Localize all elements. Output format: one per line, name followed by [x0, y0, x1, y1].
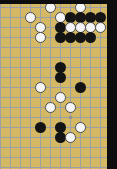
- intersection[interactable]: [45, 122, 55, 132]
- intersection[interactable]: [35, 102, 45, 112]
- intersection[interactable]: [45, 102, 55, 112]
- intersection[interactable]: [25, 122, 35, 132]
- intersection[interactable]: [65, 102, 75, 112]
- intersection[interactable]: [65, 72, 75, 82]
- intersection[interactable]: [5, 62, 15, 72]
- intersection[interactable]: [35, 42, 45, 52]
- intersection[interactable]: [55, 52, 65, 62]
- intersection[interactable]: [65, 92, 75, 102]
- intersection[interactable]: [35, 62, 45, 72]
- intersection[interactable]: [5, 42, 15, 52]
- intersection[interactable]: [15, 92, 25, 102]
- black-stone: [85, 32, 96, 43]
- intersection[interactable]: [95, 22, 105, 32]
- intersection[interactable]: [95, 52, 105, 62]
- intersection[interactable]: [95, 122, 105, 132]
- intersection[interactable]: [85, 112, 95, 122]
- white-stone: [35, 82, 46, 93]
- intersection[interactable]: [5, 22, 15, 32]
- go-board: [0, 4, 107, 169]
- intersection[interactable]: [25, 52, 35, 62]
- white-stone: [55, 92, 66, 103]
- intersection[interactable]: [35, 32, 45, 42]
- white-stone: [25, 12, 36, 23]
- black-stone: [75, 32, 86, 43]
- intersection[interactable]: [85, 52, 95, 62]
- black-stone: [55, 132, 66, 143]
- intersection[interactable]: [15, 102, 25, 112]
- intersection[interactable]: [25, 12, 35, 22]
- intersection[interactable]: [35, 142, 45, 152]
- intersection[interactable]: [15, 12, 25, 22]
- star-point: [69, 116, 72, 119]
- black-stone: [85, 12, 96, 23]
- intersection[interactable]: [25, 62, 35, 72]
- intersection[interactable]: [85, 32, 95, 42]
- black-stone: [55, 72, 66, 83]
- intersection[interactable]: [75, 102, 85, 112]
- intersection[interactable]: [5, 72, 15, 82]
- intersection[interactable]: [5, 122, 15, 132]
- intersection[interactable]: [95, 92, 105, 102]
- intersection[interactable]: [85, 72, 95, 82]
- intersection[interactable]: [55, 32, 65, 42]
- intersection[interactable]: [45, 12, 55, 22]
- intersection[interactable]: [65, 12, 75, 22]
- white-stone: [55, 12, 66, 23]
- intersection[interactable]: [85, 152, 95, 162]
- black-stone: [65, 12, 76, 23]
- intersection[interactable]: [15, 52, 25, 62]
- black-stone: [55, 22, 66, 33]
- go-board-screenshot: [0, 0, 117, 169]
- intersection[interactable]: [95, 72, 105, 82]
- white-stone: [65, 102, 76, 113]
- intersection[interactable]: [5, 92, 15, 102]
- intersection[interactable]: [45, 52, 55, 62]
- intersection[interactable]: [65, 122, 75, 132]
- intersection[interactable]: [75, 82, 85, 92]
- intersection[interactable]: [65, 132, 75, 142]
- black-stone: [55, 32, 66, 43]
- intersection[interactable]: [35, 92, 45, 102]
- white-stone: [45, 102, 56, 113]
- intersection[interactable]: [25, 162, 35, 169]
- intersection[interactable]: [65, 152, 75, 162]
- intersection[interactable]: [45, 32, 55, 42]
- intersection[interactable]: [45, 72, 55, 82]
- intersection[interactable]: [65, 32, 75, 42]
- white-stone: [65, 132, 76, 143]
- intersection[interactable]: [15, 142, 25, 152]
- intersection[interactable]: [55, 142, 65, 152]
- intersection[interactable]: [95, 142, 105, 152]
- intersection[interactable]: [45, 152, 55, 162]
- intersection[interactable]: [55, 152, 65, 162]
- intersection[interactable]: [15, 32, 25, 42]
- intersection[interactable]: [45, 112, 55, 122]
- intersection[interactable]: [45, 82, 55, 92]
- intersection[interactable]: [45, 42, 55, 52]
- intersection[interactable]: [15, 72, 25, 82]
- intersection[interactable]: [55, 12, 65, 22]
- black-stone: [55, 62, 66, 73]
- intersection[interactable]: [15, 122, 25, 132]
- intersection[interactable]: [35, 72, 45, 82]
- intersection[interactable]: [85, 12, 95, 22]
- intersection[interactable]: [75, 72, 85, 82]
- intersection[interactable]: [65, 112, 75, 122]
- intersection[interactable]: [55, 102, 65, 112]
- intersection[interactable]: [65, 162, 75, 169]
- intersection[interactable]: [5, 162, 15, 169]
- white-stone: [75, 122, 86, 133]
- intersection[interactable]: [25, 102, 35, 112]
- intersection[interactable]: [85, 62, 95, 72]
- intersection[interactable]: [55, 132, 65, 142]
- white-stone: [35, 32, 46, 43]
- intersection[interactable]: [15, 42, 25, 52]
- intersection[interactable]: [55, 62, 65, 72]
- intersection[interactable]: [5, 52, 15, 62]
- white-stone: [85, 22, 96, 33]
- intersection[interactable]: [5, 102, 15, 112]
- black-stone: [75, 12, 86, 23]
- intersection[interactable]: [75, 12, 85, 22]
- intersection[interactable]: [55, 162, 65, 169]
- intersection[interactable]: [15, 152, 25, 162]
- intersection[interactable]: [75, 152, 85, 162]
- intersection[interactable]: [75, 142, 85, 152]
- intersection[interactable]: [35, 22, 45, 32]
- intersection[interactable]: [35, 122, 45, 132]
- intersection[interactable]: [35, 82, 45, 92]
- intersection[interactable]: [55, 122, 65, 132]
- intersection[interactable]: [75, 132, 85, 142]
- intersection[interactable]: [55, 42, 65, 52]
- intersection[interactable]: [35, 112, 45, 122]
- right-background-bar: [107, 0, 117, 169]
- intersection[interactable]: [15, 22, 25, 32]
- intersection[interactable]: [65, 42, 75, 52]
- intersection[interactable]: [5, 12, 15, 22]
- intersection[interactable]: [75, 92, 85, 102]
- intersection[interactable]: [55, 92, 65, 102]
- intersection[interactable]: [65, 142, 75, 152]
- intersection[interactable]: [25, 82, 35, 92]
- intersection[interactable]: [55, 112, 65, 122]
- intersection[interactable]: [65, 82, 75, 92]
- intersection[interactable]: [75, 52, 85, 62]
- intersection[interactable]: [25, 92, 35, 102]
- intersection[interactable]: [75, 62, 85, 72]
- intersection[interactable]: [35, 152, 45, 162]
- intersection[interactable]: [15, 132, 25, 142]
- intersection[interactable]: [75, 162, 85, 169]
- black-stone: [95, 12, 106, 23]
- intersection[interactable]: [95, 62, 105, 72]
- intersection[interactable]: [5, 32, 15, 42]
- intersection[interactable]: [85, 22, 95, 32]
- black-stone: [55, 122, 66, 133]
- intersection[interactable]: [95, 162, 105, 169]
- intersection[interactable]: [5, 152, 15, 162]
- intersection[interactable]: [5, 112, 15, 122]
- intersection[interactable]: [75, 112, 85, 122]
- intersection[interactable]: [25, 112, 35, 122]
- intersection[interactable]: [95, 12, 105, 22]
- intersection[interactable]: [75, 122, 85, 132]
- intersection[interactable]: [95, 152, 105, 162]
- intersection[interactable]: [25, 32, 35, 42]
- intersection[interactable]: [65, 22, 75, 32]
- intersection[interactable]: [25, 22, 35, 32]
- intersection[interactable]: [85, 122, 95, 132]
- intersection[interactable]: [85, 132, 95, 142]
- white-stone: [75, 22, 86, 33]
- intersection[interactable]: [55, 82, 65, 92]
- intersection[interactable]: [35, 52, 45, 62]
- top-background-bar: [0, 0, 117, 4]
- intersection[interactable]: [95, 82, 105, 92]
- black-stone: [65, 32, 76, 43]
- intersection[interactable]: [75, 42, 85, 52]
- intersection[interactable]: [25, 42, 35, 52]
- intersection[interactable]: [85, 92, 95, 102]
- intersection[interactable]: [85, 162, 95, 169]
- intersection[interactable]: [85, 142, 95, 152]
- intersection[interactable]: [5, 82, 15, 92]
- white-stone: [35, 22, 46, 33]
- intersection[interactable]: [25, 72, 35, 82]
- intersection[interactable]: [95, 132, 105, 142]
- intersection[interactable]: [75, 22, 85, 32]
- board-grid: [0, 2, 105, 169]
- intersection[interactable]: [5, 132, 15, 142]
- intersection[interactable]: [95, 42, 105, 52]
- intersection[interactable]: [95, 112, 105, 122]
- intersection[interactable]: [45, 22, 55, 32]
- intersection[interactable]: [25, 152, 35, 162]
- intersection[interactable]: [55, 22, 65, 32]
- intersection[interactable]: [45, 162, 55, 169]
- intersection[interactable]: [15, 82, 25, 92]
- intersection[interactable]: [15, 112, 25, 122]
- intersection[interactable]: [15, 62, 25, 72]
- intersection[interactable]: [35, 162, 45, 169]
- black-stone: [75, 82, 86, 93]
- intersection[interactable]: [25, 132, 35, 142]
- intersection[interactable]: [15, 162, 25, 169]
- intersection[interactable]: [65, 62, 75, 72]
- white-stone: [95, 22, 106, 33]
- intersection[interactable]: [65, 52, 75, 62]
- intersection[interactable]: [85, 82, 95, 92]
- intersection[interactable]: [95, 102, 105, 112]
- intersection[interactable]: [25, 142, 35, 152]
- intersection[interactable]: [5, 142, 15, 152]
- intersection[interactable]: [85, 42, 95, 52]
- white-stone: [65, 22, 76, 33]
- intersection[interactable]: [35, 132, 45, 142]
- intersection[interactable]: [45, 142, 55, 152]
- intersection[interactable]: [35, 12, 45, 22]
- intersection[interactable]: [75, 32, 85, 42]
- intersection[interactable]: [55, 72, 65, 82]
- intersection[interactable]: [45, 132, 55, 142]
- intersection[interactable]: [95, 32, 105, 42]
- intersection[interactable]: [85, 102, 95, 112]
- black-stone: [35, 122, 46, 133]
- intersection[interactable]: [45, 92, 55, 102]
- intersection[interactable]: [45, 62, 55, 72]
